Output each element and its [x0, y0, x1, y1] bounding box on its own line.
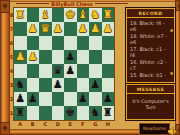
- white-pawn-b7: ♟: [27, 22, 40, 36]
- white-pawn-d7: ♟: [52, 22, 65, 36]
- black-king-e1: ♚: [64, 106, 77, 120]
- square-a5[interactable]: ♟: [14, 50, 27, 64]
- square-f3[interactable]: [77, 78, 90, 92]
- square-a3[interactable]: ♞: [14, 78, 27, 92]
- square-e5[interactable]: ♟: [64, 50, 77, 64]
- white-bishop-f8: ♝: [77, 8, 90, 22]
- chess-board[interactable]: ♜♝♚♝♞♜♟♛♟♟♟♟♟♟♟♛♟♞♟♟♟♟♟♟♜♚♞♜: [14, 8, 114, 120]
- move-list[interactable]: ▲ ▼ 19. Black: f4 - e618. White: e7 - e6…: [127, 18, 174, 79]
- square-h7[interactable]: ♟: [102, 22, 115, 36]
- square-c7[interactable]: ♛: [39, 22, 52, 36]
- frame-right: [175, 0, 180, 135]
- square-e3[interactable]: [64, 78, 77, 92]
- move-entry: 15. Black: b1 -: [130, 72, 170, 78]
- square-e7[interactable]: [64, 22, 77, 36]
- message-panel-title: MESSAGE: [127, 85, 174, 94]
- square-d4[interactable]: ♛: [52, 64, 65, 78]
- record-panel-title: RECORD: [127, 9, 174, 18]
- square-f8[interactable]: ♝: [77, 8, 90, 22]
- title-rule-left: [16, 3, 49, 4]
- white-pawn-a5: ♟: [14, 50, 27, 64]
- square-e6[interactable]: [64, 36, 77, 50]
- move-entry: 17. Black: c1 - f4: [130, 46, 170, 58]
- square-c1[interactable]: [39, 106, 52, 120]
- white-pawn-g7: ♟: [89, 22, 102, 36]
- frame-corner: [0, 122, 10, 135]
- status-message: It's Computer's Turn: [127, 94, 174, 116]
- move-entry: 16. White: c2 - c7: [130, 59, 170, 71]
- square-h3[interactable]: [102, 78, 115, 92]
- chess-app-window: BillyBull Chess 87654321 ♜♝♚♝♞♜♟♛♟♟♟♟♟♟♟…: [0, 0, 180, 135]
- square-h6[interactable]: [102, 36, 115, 50]
- square-e8[interactable]: ♚: [64, 8, 77, 22]
- white-pawn-h7: ♟: [102, 22, 115, 36]
- white-pawn-b5: ♟: [27, 50, 40, 64]
- square-c3[interactable]: [39, 78, 52, 92]
- square-f7[interactable]: ♟: [77, 22, 90, 36]
- black-pawn-e4: ♟: [64, 64, 77, 78]
- black-rook-h1: ♜: [102, 106, 115, 120]
- square-g5[interactable]: [89, 50, 102, 64]
- square-b2[interactable]: ♟: [27, 92, 40, 106]
- square-a6[interactable]: [14, 36, 27, 50]
- record-panel: RECORD ▲ ▼ 19. Black: f4 - e618. White: …: [126, 8, 175, 83]
- black-knight-g1: ♞: [89, 106, 102, 120]
- square-f4[interactable]: [77, 64, 90, 78]
- square-h4[interactable]: [102, 64, 115, 78]
- square-c4[interactable]: [39, 64, 52, 78]
- square-d6[interactable]: [52, 36, 65, 50]
- square-h8[interactable]: ♜: [102, 8, 115, 22]
- square-g1[interactable]: ♞: [89, 106, 102, 120]
- file-label-f: F: [77, 121, 90, 127]
- white-pawn-f7: ♟: [77, 22, 90, 36]
- square-b1[interactable]: [27, 106, 40, 120]
- square-g2[interactable]: [89, 92, 102, 106]
- white-king-e8: ♚: [64, 8, 77, 22]
- new-game-button[interactable]: NewGame: [140, 124, 169, 134]
- square-d3[interactable]: ♟: [52, 78, 65, 92]
- square-b5[interactable]: ♟: [27, 50, 40, 64]
- square-h5[interactable]: [102, 50, 115, 64]
- square-c2[interactable]: [39, 92, 52, 106]
- black-pawn-d3: ♟: [52, 78, 65, 92]
- square-f2[interactable]: ♟: [77, 92, 90, 106]
- file-label-h: H: [102, 121, 115, 127]
- square-e4[interactable]: ♟: [64, 64, 77, 78]
- square-c8[interactable]: ♝: [39, 8, 52, 22]
- square-b8[interactable]: [27, 8, 40, 22]
- white-rook-h8: ♜: [102, 8, 115, 22]
- square-f6[interactable]: [77, 36, 90, 50]
- square-f1[interactable]: [77, 106, 90, 120]
- square-a8[interactable]: ♜: [14, 8, 27, 22]
- square-b4[interactable]: [27, 64, 40, 78]
- square-d1[interactable]: [52, 106, 65, 120]
- frame-corner: [175, 0, 180, 11]
- black-pawn-h2: ♟: [102, 92, 115, 106]
- title-bar: BillyBull Chess: [14, 0, 130, 7]
- title-rule-right: [95, 3, 128, 4]
- file-label-b: B: [27, 121, 40, 127]
- file-label-g: G: [89, 121, 102, 127]
- file-label-c: C: [39, 121, 52, 127]
- square-e2[interactable]: [64, 92, 77, 106]
- file-label-a: A: [14, 121, 27, 127]
- white-bishop-c8: ♝: [39, 8, 52, 22]
- square-a4[interactable]: [14, 64, 27, 78]
- square-c6[interactable]: [39, 36, 52, 50]
- message-panel: MESSAGE It's Computer's Turn: [126, 84, 175, 120]
- scroll-up-icon[interactable]: ▲: [170, 28, 173, 32]
- black-pawn-a2: ♟: [14, 92, 27, 106]
- square-a2[interactable]: ♟: [14, 92, 27, 106]
- square-e1[interactable]: ♚: [64, 106, 77, 120]
- square-d2[interactable]: [52, 92, 65, 106]
- black-pawn-b2: ♟: [27, 92, 40, 106]
- square-d5[interactable]: [52, 50, 65, 64]
- square-a1[interactable]: ♜: [14, 106, 27, 120]
- file-label-e: E: [64, 121, 77, 127]
- black-pawn-f2: ♟: [77, 92, 90, 106]
- black-pawn-e5: ♟: [64, 50, 77, 64]
- file-labels: ABCDEFGH: [14, 121, 114, 127]
- square-b3[interactable]: [27, 78, 40, 92]
- square-g4[interactable]: [89, 64, 102, 78]
- square-g8[interactable]: ♞: [89, 8, 102, 22]
- square-f5[interactable]: [77, 50, 90, 64]
- move-entry: 19. Black: f4 - e6: [130, 20, 170, 32]
- square-b6[interactable]: [27, 36, 40, 50]
- window-title: BillyBull Chess: [51, 1, 92, 7]
- square-g7[interactable]: ♟: [89, 22, 102, 36]
- white-rook-a8: ♜: [14, 8, 27, 22]
- square-d8[interactable]: [52, 8, 65, 22]
- square-h2[interactable]: ♟: [102, 92, 115, 106]
- square-g3[interactable]: ♟: [89, 78, 102, 92]
- file-label-d: D: [52, 121, 65, 127]
- scroll-down-icon[interactable]: ▼: [170, 72, 173, 76]
- square-a7[interactable]: [14, 22, 27, 36]
- square-c5[interactable]: [39, 50, 52, 64]
- square-d7[interactable]: ♟: [52, 22, 65, 36]
- black-knight-a3: ♞: [14, 78, 27, 92]
- square-b7[interactable]: ♟: [27, 22, 40, 36]
- move-entry: 18. White: e7 - e6: [130, 33, 170, 45]
- square-h1[interactable]: ♜: [102, 106, 115, 120]
- square-g6[interactable]: [89, 36, 102, 50]
- white-queen-c7: ♛: [39, 22, 52, 36]
- black-pawn-g3: ♟: [89, 78, 102, 92]
- move-list-entries: 19. Black: f4 - e618. White: e7 - e617. …: [130, 20, 170, 78]
- black-queen-d4: ♛: [52, 64, 65, 78]
- white-knight-g8: ♞: [89, 8, 102, 22]
- black-rook-a1: ♜: [14, 106, 27, 120]
- speaker-icon[interactable]: [168, 122, 177, 133]
